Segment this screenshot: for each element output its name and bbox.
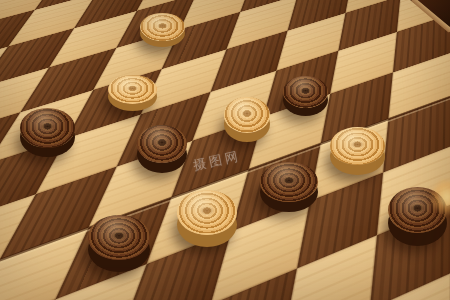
checker-piece-dark-2[interactable] — [137, 125, 187, 163]
checker-piece-dark-5[interactable] — [260, 162, 318, 202]
checker-piece-light-4[interactable] — [177, 190, 237, 235]
checker-piece-dark-3[interactable] — [283, 76, 328, 108]
checker-piece-dark-1[interactable] — [20, 108, 75, 148]
checker-piece-light-2[interactable] — [108, 75, 157, 104]
checker-piece-light-1[interactable] — [140, 13, 185, 41]
checkers-photo: 摄图网 — [0, 0, 450, 300]
checker-piece-light-3[interactable] — [224, 97, 270, 133]
checker-piece-dark-4[interactable] — [88, 215, 150, 260]
light-flare — [430, 178, 450, 216]
checker-piece-light-5[interactable] — [330, 127, 385, 165]
